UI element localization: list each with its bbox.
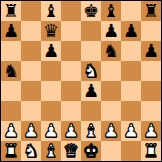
black-pawn: ♟ — [123, 21, 139, 41]
black-rook: ♜ — [3, 1, 19, 21]
square-g4[interactable] — [121, 81, 141, 101]
black-queen: ♛ — [43, 21, 59, 41]
square-c3[interactable] — [41, 101, 61, 121]
square-f1[interactable] — [101, 141, 121, 161]
white-pawn: ♟ — [143, 121, 159, 141]
white-pawn: ♟ — [23, 121, 39, 141]
square-h1[interactable]: ♜ — [141, 141, 161, 161]
square-b7[interactable] — [21, 21, 41, 41]
square-g3[interactable] — [121, 101, 141, 121]
square-f5[interactable] — [101, 61, 121, 81]
square-c1[interactable]: ♝ — [41, 141, 61, 161]
black-king: ♚ — [83, 1, 99, 21]
square-d8[interactable] — [61, 1, 81, 21]
square-d1[interactable]: ♛ — [61, 141, 81, 161]
white-knight: ♞ — [23, 141, 39, 161]
square-h6[interactable]: ♟ — [141, 41, 161, 61]
square-g6[interactable] — [121, 41, 141, 61]
square-h4[interactable] — [141, 81, 161, 101]
square-f4[interactable] — [101, 81, 121, 101]
black-bishop: ♝ — [103, 1, 119, 21]
square-e3[interactable] — [81, 101, 101, 121]
white-bishop: ♝ — [83, 121, 99, 141]
square-g1[interactable] — [121, 141, 141, 161]
white-pawn: ♟ — [103, 121, 119, 141]
square-d3[interactable] — [61, 101, 81, 121]
black-rook: ♜ — [143, 1, 159, 21]
square-b8[interactable] — [21, 1, 41, 21]
square-e7[interactable] — [81, 21, 101, 41]
black-knight: ♞ — [3, 61, 19, 81]
square-c2[interactable]: ♟ — [41, 121, 61, 141]
square-b4[interactable] — [21, 81, 41, 101]
square-h3[interactable] — [141, 101, 161, 121]
square-e4[interactable]: ♟ — [81, 81, 101, 101]
square-g5[interactable] — [121, 61, 141, 81]
square-d7[interactable] — [61, 21, 81, 41]
square-e2[interactable]: ♝ — [81, 121, 101, 141]
square-a2[interactable]: ♟ — [1, 121, 21, 141]
square-f7[interactable]: ♟ — [101, 21, 121, 41]
white-king: ♚ — [83, 141, 99, 161]
square-g7[interactable]: ♟ — [121, 21, 141, 41]
black-bishop: ♝ — [43, 1, 59, 21]
white-pawn: ♟ — [63, 121, 79, 141]
white-queen: ♛ — [63, 141, 79, 161]
square-a6[interactable] — [1, 41, 21, 61]
square-d4[interactable] — [61, 81, 81, 101]
square-b1[interactable]: ♞ — [21, 141, 41, 161]
black-pawn: ♟ — [3, 21, 19, 41]
square-g2[interactable]: ♟ — [121, 121, 141, 141]
black-pawn: ♟ — [103, 21, 119, 41]
white-rook: ♜ — [3, 141, 19, 161]
square-c7[interactable]: ♛ — [41, 21, 61, 41]
square-b2[interactable]: ♟ — [21, 121, 41, 141]
square-a7[interactable]: ♟ — [1, 21, 21, 41]
square-a3[interactable] — [1, 101, 21, 121]
square-c8[interactable]: ♝ — [41, 1, 61, 21]
black-pawn: ♟ — [83, 81, 99, 101]
square-b5[interactable] — [21, 61, 41, 81]
square-c6[interactable]: ♟ — [41, 41, 61, 61]
square-d5[interactable] — [61, 61, 81, 81]
square-c4[interactable] — [41, 81, 61, 101]
square-a4[interactable] — [1, 81, 21, 101]
square-a8[interactable]: ♜ — [1, 1, 21, 21]
square-b6[interactable] — [21, 41, 41, 61]
black-pawn: ♟ — [143, 41, 159, 61]
white-knight: ♞ — [83, 61, 99, 81]
white-pawn: ♟ — [3, 121, 19, 141]
white-rook: ♜ — [143, 141, 159, 161]
square-f6[interactable]: ♞ — [101, 41, 121, 61]
square-a5[interactable]: ♞ — [1, 61, 21, 81]
square-a1[interactable]: ♜ — [1, 141, 21, 161]
square-d2[interactable]: ♟ — [61, 121, 81, 141]
square-e8[interactable]: ♚ — [81, 1, 101, 21]
white-pawn: ♟ — [43, 121, 59, 141]
white-bishop: ♝ — [43, 141, 59, 161]
square-c5[interactable] — [41, 61, 61, 81]
square-g8[interactable] — [121, 1, 141, 21]
square-f8[interactable]: ♝ — [101, 1, 121, 21]
square-f3[interactable] — [101, 101, 121, 121]
square-h8[interactable]: ♜ — [141, 1, 161, 21]
square-h5[interactable] — [141, 61, 161, 81]
square-f2[interactable]: ♟ — [101, 121, 121, 141]
square-e6[interactable] — [81, 41, 101, 61]
white-pawn: ♟ — [123, 121, 139, 141]
black-knight: ♞ — [103, 41, 119, 61]
square-b3[interactable] — [21, 101, 41, 121]
square-e5[interactable]: ♞ — [81, 61, 101, 81]
chess-board: ♜♝♚♝♜♟♛♟♟♟♞♟♞♞♟♟♟♟♟♝♟♟♟♜♞♝♛♚♜ — [0, 0, 162, 162]
square-h2[interactable]: ♟ — [141, 121, 161, 141]
square-d6[interactable] — [61, 41, 81, 61]
square-e1[interactable]: ♚ — [81, 141, 101, 161]
black-pawn: ♟ — [43, 41, 59, 61]
square-h7[interactable] — [141, 21, 161, 41]
